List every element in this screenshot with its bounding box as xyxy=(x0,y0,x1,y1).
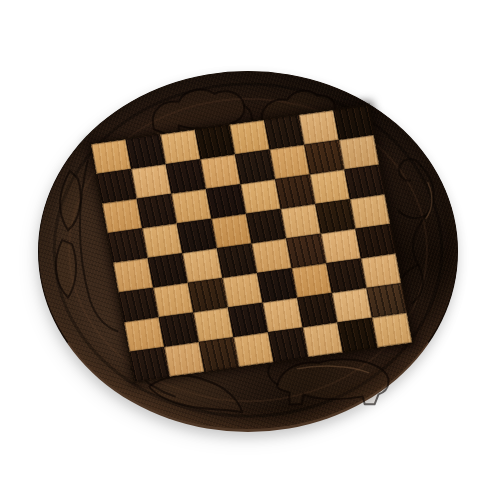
board-square xyxy=(355,224,395,259)
board-square xyxy=(321,229,361,264)
board-square xyxy=(102,199,142,234)
board-square xyxy=(130,347,170,382)
board-square xyxy=(142,223,182,258)
board-square xyxy=(193,308,233,343)
board-square xyxy=(206,184,246,219)
board-square xyxy=(166,159,206,194)
board-square xyxy=(230,120,270,155)
board-square xyxy=(257,268,297,303)
board-square xyxy=(211,214,251,249)
board-square xyxy=(200,154,240,189)
board-square xyxy=(310,170,350,205)
board-square xyxy=(91,139,131,174)
board-square xyxy=(315,199,355,234)
board-square xyxy=(270,145,310,180)
board-square xyxy=(292,263,332,298)
board-square xyxy=(333,105,373,140)
board-square xyxy=(148,253,188,288)
board-square xyxy=(304,140,344,175)
board-square xyxy=(171,189,211,224)
board-square xyxy=(252,239,292,274)
board-square xyxy=(159,312,199,347)
board-square xyxy=(217,243,257,278)
board-square xyxy=(372,313,412,348)
board-square xyxy=(339,135,379,170)
board-square xyxy=(326,258,366,293)
board-square xyxy=(344,165,384,200)
board-square xyxy=(108,228,148,263)
board-square xyxy=(332,288,372,323)
board-square xyxy=(235,150,275,185)
board-square xyxy=(350,194,390,229)
board-square xyxy=(286,234,326,269)
board-square xyxy=(263,298,303,333)
board-square xyxy=(366,283,406,318)
board-square xyxy=(337,318,377,353)
board-square xyxy=(97,169,137,204)
board-square xyxy=(223,273,263,308)
photo-background xyxy=(0,0,500,500)
board-square xyxy=(234,332,274,367)
board-square xyxy=(199,337,239,372)
board-square xyxy=(299,110,339,145)
board-square xyxy=(182,248,222,283)
board-square xyxy=(268,327,308,362)
board-square xyxy=(124,317,164,352)
chess-table-top xyxy=(38,71,458,432)
board-square xyxy=(297,293,337,328)
board-square xyxy=(303,323,343,358)
board-square xyxy=(126,135,166,170)
board-square xyxy=(188,278,228,313)
board-square xyxy=(177,219,217,254)
board-square xyxy=(164,342,204,377)
chess-board xyxy=(89,104,414,384)
board-square xyxy=(275,174,315,209)
board-square xyxy=(153,283,193,318)
board-square xyxy=(113,258,153,293)
board-square xyxy=(241,179,281,214)
board-square xyxy=(228,303,268,338)
board-square xyxy=(246,209,286,244)
board-square xyxy=(119,288,159,323)
board-square xyxy=(131,164,171,199)
board-square xyxy=(361,254,401,289)
board-square xyxy=(160,130,200,165)
board-square xyxy=(264,115,304,150)
board-square xyxy=(281,204,321,239)
board-square xyxy=(137,194,177,229)
board-square xyxy=(195,125,235,160)
